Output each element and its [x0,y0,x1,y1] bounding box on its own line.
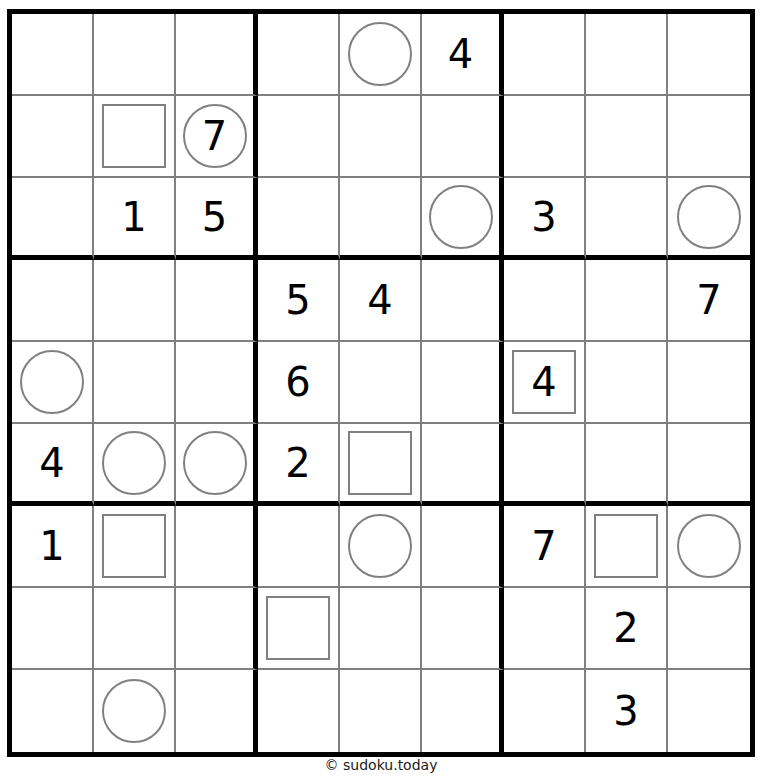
given-digit: 3 [613,691,638,731]
cell-r6c4[interactable]: 2 [258,424,340,506]
cell-r8c7[interactable] [504,588,586,670]
cell-r3c1[interactable] [12,178,94,260]
cell-r5c5[interactable] [340,342,422,424]
cell-r4c2[interactable] [94,260,176,342]
cell-r7c8[interactable] [586,506,668,588]
cell-r7c1[interactable]: 1 [12,506,94,588]
given-digit: 3 [531,197,556,237]
cell-r9c5[interactable] [340,670,422,752]
cell-r1c9[interactable] [668,14,750,96]
given-digit: 2 [285,443,310,483]
cell-r1c6[interactable]: 4 [422,14,504,96]
cell-r6c8[interactable] [586,424,668,506]
cell-r8c5[interactable] [340,588,422,670]
cell-r9c2[interactable] [94,670,176,752]
cell-r4c8[interactable] [586,260,668,342]
odd-circle-marker [677,514,741,578]
cell-r7c9[interactable] [668,506,750,588]
odd-circle-marker [102,431,166,495]
cell-r6c7[interactable] [504,424,586,506]
cell-r1c1[interactable] [12,14,94,96]
cell-r5c3[interactable] [176,342,258,424]
cell-r6c3[interactable] [176,424,258,506]
given-digit: 4 [448,34,473,74]
cell-r5c1[interactable] [12,342,94,424]
cell-r3c3[interactable]: 5 [176,178,258,260]
cell-r4c4[interactable]: 5 [258,260,340,342]
given-digit: 7 [531,526,556,566]
cell-r2c7[interactable] [504,96,586,178]
cell-r8c6[interactable] [422,588,504,670]
cell-r1c4[interactable] [258,14,340,96]
cell-r6c5[interactable] [340,424,422,506]
cell-r3c9[interactable] [668,178,750,260]
given-digit: 5 [285,280,310,320]
odd-circle-marker [20,350,84,414]
cell-r5c4[interactable]: 6 [258,342,340,424]
credit-text: © sudoku.today [7,757,755,773]
cell-r7c4[interactable] [258,506,340,588]
cell-r4c7[interactable] [504,260,586,342]
cell-r2c8[interactable] [586,96,668,178]
given-digit: 6 [285,362,310,402]
even-square-marker [266,596,330,660]
cell-r2c3[interactable]: 7 [176,96,258,178]
cell-r2c6[interactable] [422,96,504,178]
odd-circle-marker [348,22,412,86]
given-digit: 4 [39,443,64,483]
cell-r9c4[interactable] [258,670,340,752]
given-digit: 1 [39,526,64,566]
cell-r1c8[interactable] [586,14,668,96]
cell-r2c5[interactable] [340,96,422,178]
cell-r4c6[interactable] [422,260,504,342]
cell-r1c7[interactable] [504,14,586,96]
cell-r5c9[interactable] [668,342,750,424]
cell-r1c3[interactable] [176,14,258,96]
cell-r6c9[interactable] [668,424,750,506]
page: 4715354764421723 © sudoku.today [0,0,767,777]
cell-r8c4[interactable] [258,588,340,670]
cell-r6c1[interactable]: 4 [12,424,94,506]
given-digit: 1 [121,197,146,237]
cell-r7c2[interactable] [94,506,176,588]
odd-circle-marker [429,185,493,249]
cell-r1c5[interactable] [340,14,422,96]
cell-r9c6[interactable] [422,670,504,752]
cell-r5c8[interactable] [586,342,668,424]
cell-r4c9[interactable]: 7 [668,260,750,342]
odd-circle-marker: 7 [183,104,247,168]
cell-r7c5[interactable] [340,506,422,588]
cell-r8c2[interactable] [94,588,176,670]
sudoku-board: 4715354764421723 [7,9,755,757]
cell-r8c1[interactable] [12,588,94,670]
cell-r4c3[interactable] [176,260,258,342]
given-digit: 5 [202,197,227,237]
cell-r2c1[interactable] [12,96,94,178]
cell-r9c7[interactable] [504,670,586,752]
cell-r4c5[interactable]: 4 [340,260,422,342]
odd-circle-marker [183,431,247,495]
cell-r3c4[interactable] [258,178,340,260]
cell-r7c3[interactable] [176,506,258,588]
cell-r9c8[interactable]: 3 [586,670,668,752]
cell-r3c2[interactable]: 1 [94,178,176,260]
cell-r5c2[interactable] [94,342,176,424]
cell-r5c7[interactable]: 4 [504,342,586,424]
cell-r2c9[interactable] [668,96,750,178]
cell-r2c4[interactable] [258,96,340,178]
cell-r9c1[interactable] [12,670,94,752]
given-digit: 7 [696,280,721,320]
even-square-marker [348,431,412,495]
cell-r6c6[interactable] [422,424,504,506]
cell-r3c8[interactable] [586,178,668,260]
given-digit: 4 [367,280,392,320]
cell-r1c2[interactable] [94,14,176,96]
cell-r3c6[interactable] [422,178,504,260]
cell-r6c2[interactable] [94,424,176,506]
even-square-marker [102,514,166,578]
cell-r8c8[interactable]: 2 [586,588,668,670]
cell-r7c7[interactable]: 7 [504,506,586,588]
given-digit: 7 [202,116,227,156]
cell-r9c9[interactable] [668,670,750,752]
cell-r9c3[interactable] [176,670,258,752]
given-digit: 2 [613,608,638,648]
even-square-marker [102,104,166,168]
cell-r3c5[interactable] [340,178,422,260]
even-square-marker [594,514,658,578]
cell-r5c6[interactable] [422,342,504,424]
odd-circle-marker [348,514,412,578]
even-square-marker: 4 [512,350,576,414]
cell-r7c6[interactable] [422,506,504,588]
cell-r8c9[interactable] [668,588,750,670]
odd-circle-marker [677,185,741,249]
cell-r8c3[interactable] [176,588,258,670]
cell-r4c1[interactable] [12,260,94,342]
given-digit: 4 [531,362,556,402]
odd-circle-marker [102,679,166,743]
cell-r2c2[interactable] [94,96,176,178]
cell-r3c7[interactable]: 3 [504,178,586,260]
